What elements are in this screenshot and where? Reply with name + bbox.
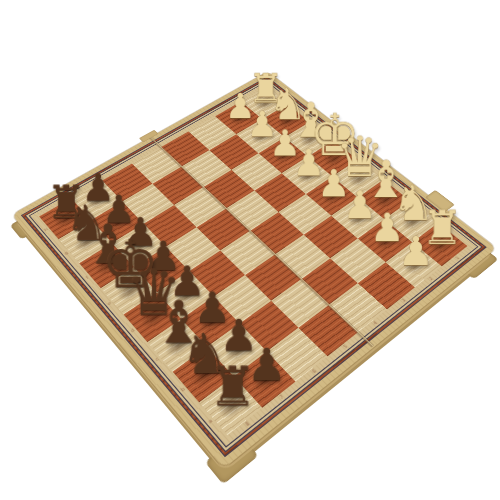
pawn-glyph: ♟ [372,231,461,271]
photo-stage: hgfedcba 87654321 ♜♟♟♜♞♟♟♞♝♟♟♝♚♟♟♚♛♟♟♛♝♟… [0,0,500,500]
frame-band: hgfedcba 87654321 ♜♟♟♜♞♟♟♞♝♟♟♝♚♟♟♚♛♟♟♛♝♟… [21,77,487,458]
board-margin: hgfedcba 87654321 ♜♟♟♜♞♟♟♞♝♟♟♝♚♟♟♚♛♟♟♛♝♟… [29,81,479,448]
rook-glyph: ♜ [182,359,283,414]
frame-pinstripe-gap: hgfedcba 87654321 ♜♟♟♜♞♟♟♞♝♟♟♝♚♟♟♚♛♟♟♛♝♟… [25,79,483,453]
board-case: hgfedcba 87654321 ♜♟♟♜♞♟♟♞♝♟♟♝♚♟♟♚♛♟♟♛♝♟… [12,71,497,468]
board-scene: hgfedcba 87654321 ♜♟♟♜♞♟♟♞♝♟♟♝♚♟♟♚♛♟♟♛♝♟… [12,71,497,468]
board-squares: ♜♟♟♜♞♟♟♞♝♟♟♝♚♟♟♚♛♟♟♛♝♟♟♝♞♟♟♞♜♟♟♜ [39,87,467,435]
